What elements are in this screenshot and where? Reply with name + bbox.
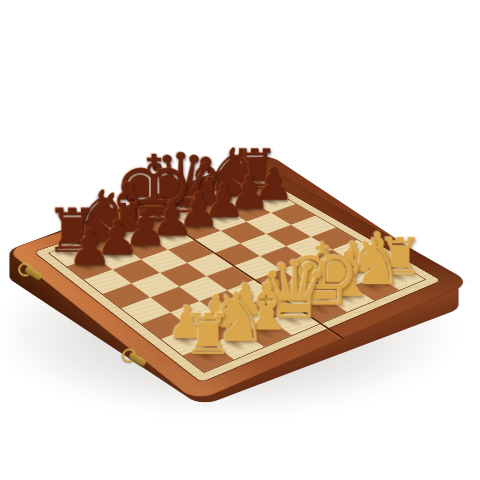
board-perspective-wrapper: ♜♞♝♚♛♝♞♜♟♟♟♟♟♟♟♟♟♟♟♟♟♟♟♟♜♞♝♛♚♝♞♜ [0, 0, 480, 480]
chess-set-photo: ♜♞♝♚♛♝♞♜♟♟♟♟♟♟♟♟♟♟♟♟♟♟♟♟♜♞♝♛♚♝♞♜ [0, 0, 480, 480]
board-inlay-border: ♜♞♝♚♛♝♞♜♟♟♟♟♟♟♟♟♟♟♟♟♟♟♟♟♜♞♝♛♚♝♞♜ [33, 175, 442, 383]
piece-light-rook: ♜ [183, 306, 234, 363]
chessboard: ♜♞♝♚♛♝♞♜♟♟♟♟♟♟♟♟♟♟♟♟♟♟♟♟♜♞♝♛♚♝♞♜ [6, 164, 471, 401]
piece-dark-pawn: ♟ [68, 224, 112, 273]
board-grid: ♜♞♝♚♛♝♞♜♟♟♟♟♟♟♟♟♟♟♟♟♟♟♟♟♜♞♝♛♚♝♞♜ [48, 181, 426, 373]
